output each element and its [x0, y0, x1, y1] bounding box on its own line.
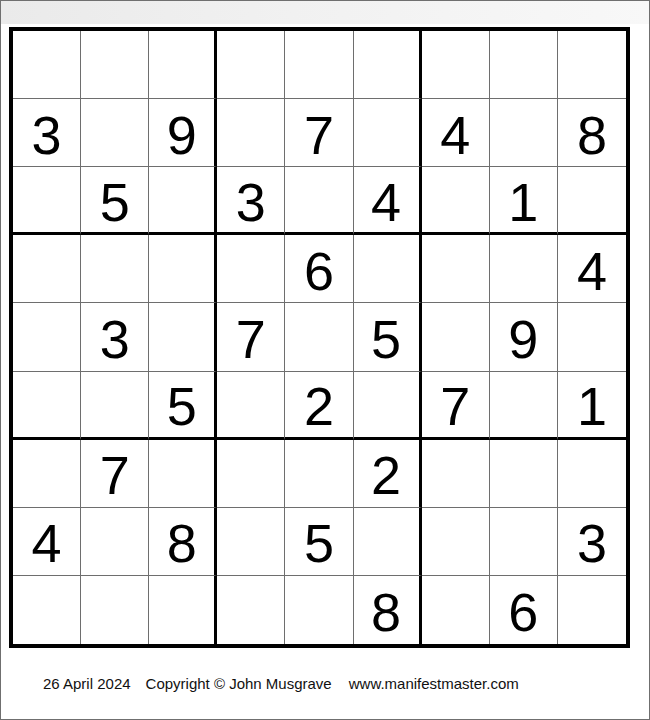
- cell-r9c3: [149, 576, 217, 644]
- cell-r7c4: [217, 440, 285, 508]
- cell-r7c5: [285, 440, 353, 508]
- cell-r7c6: 2: [354, 440, 422, 508]
- cell-r4c6: [354, 235, 422, 303]
- header-band: [1, 1, 649, 24]
- cell-r8c3: 8: [149, 508, 217, 576]
- cell-r9c1: [13, 576, 81, 644]
- cell-r6c9: 1: [558, 372, 626, 440]
- cell-r1c8: [490, 31, 558, 99]
- cell-r2c4: [217, 99, 285, 167]
- cell-r3c9: [558, 167, 626, 235]
- cell-r6c3: 5: [149, 372, 217, 440]
- cell-r2c2: [81, 99, 149, 167]
- cell-r6c6: [354, 372, 422, 440]
- cell-r4c2: [81, 235, 149, 303]
- sudoku-grid: 397485341643759527172485386: [9, 27, 630, 648]
- cell-r7c2: 7: [81, 440, 149, 508]
- cell-r8c5: 5: [285, 508, 353, 576]
- cell-r1c3: [149, 31, 217, 99]
- cell-r4c9: 4: [558, 235, 626, 303]
- cell-r1c4: [217, 31, 285, 99]
- cell-r8c4: [217, 508, 285, 576]
- cell-r3c3: [149, 167, 217, 235]
- cell-r8c7: [422, 508, 490, 576]
- footer-copyright: Copyright © John Musgrave: [146, 675, 332, 692]
- cell-r9c2: [81, 576, 149, 644]
- cell-r3c1: [13, 167, 81, 235]
- cell-r4c7: [422, 235, 490, 303]
- cell-r3c8: 1: [490, 167, 558, 235]
- cell-r2c7: 4: [422, 99, 490, 167]
- cell-r1c2: [81, 31, 149, 99]
- cell-r8c9: 3: [558, 508, 626, 576]
- cell-r9c5: [285, 576, 353, 644]
- cell-r8c2: [81, 508, 149, 576]
- cell-r9c8: 6: [490, 576, 558, 644]
- cell-r6c8: [490, 372, 558, 440]
- cell-r6c7: 7: [422, 372, 490, 440]
- cell-r7c8: [490, 440, 558, 508]
- cell-r1c1: [13, 31, 81, 99]
- cell-r7c3: [149, 440, 217, 508]
- cell-r9c7: [422, 576, 490, 644]
- footer-date: 26 April 2024: [43, 675, 131, 692]
- cell-r5c2: 3: [81, 303, 149, 371]
- cell-r2c8: [490, 99, 558, 167]
- cell-r7c1: [13, 440, 81, 508]
- cell-r5c1: [13, 303, 81, 371]
- cell-r1c6: [354, 31, 422, 99]
- cell-r3c2: 5: [81, 167, 149, 235]
- cell-r6c4: [217, 372, 285, 440]
- cell-r8c1: 4: [13, 508, 81, 576]
- cell-r5c8: 9: [490, 303, 558, 371]
- cell-r2c5: 7: [285, 99, 353, 167]
- cell-r5c4: 7: [217, 303, 285, 371]
- puzzle-page: 397485341643759527172485386 26 April 202…: [0, 0, 650, 720]
- cell-r4c5: 6: [285, 235, 353, 303]
- cell-r4c3: [149, 235, 217, 303]
- cell-r3c6: 4: [354, 167, 422, 235]
- cell-r1c5: [285, 31, 353, 99]
- cell-r6c2: [81, 372, 149, 440]
- cell-r9c9: [558, 576, 626, 644]
- footer-website: www.manifestmaster.com: [349, 675, 519, 692]
- cell-r2c3: 9: [149, 99, 217, 167]
- cell-r9c4: [217, 576, 285, 644]
- cell-r3c4: 3: [217, 167, 285, 235]
- cell-r8c8: [490, 508, 558, 576]
- cell-r1c7: [422, 31, 490, 99]
- cell-r4c1: [13, 235, 81, 303]
- cell-r3c5: [285, 167, 353, 235]
- cell-r6c5: 2: [285, 372, 353, 440]
- cell-r5c7: [422, 303, 490, 371]
- cell-r8c6: [354, 508, 422, 576]
- cell-r7c7: [422, 440, 490, 508]
- footer: 26 April 2024Copyright © John Musgraveww…: [43, 675, 519, 692]
- cell-r5c3: [149, 303, 217, 371]
- cell-r5c5: [285, 303, 353, 371]
- cell-r5c6: 5: [354, 303, 422, 371]
- cell-r5c9: [558, 303, 626, 371]
- cell-r6c1: [13, 372, 81, 440]
- cell-r9c6: 8: [354, 576, 422, 644]
- cell-r3c7: [422, 167, 490, 235]
- cell-r1c9: [558, 31, 626, 99]
- cell-r4c4: [217, 235, 285, 303]
- cell-r4c8: [490, 235, 558, 303]
- cell-r2c1: 3: [13, 99, 81, 167]
- cell-r2c9: 8: [558, 99, 626, 167]
- cell-r2c6: [354, 99, 422, 167]
- cell-r7c9: [558, 440, 626, 508]
